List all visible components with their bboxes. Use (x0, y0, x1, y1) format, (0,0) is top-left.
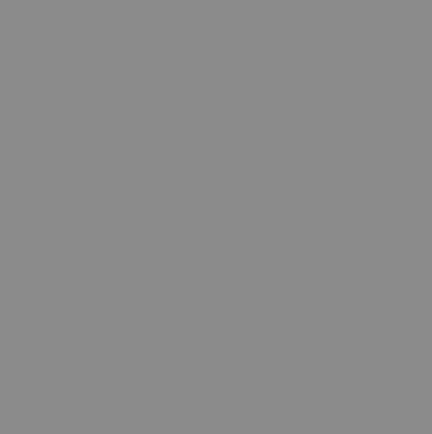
chess-board (0, 0, 432, 434)
